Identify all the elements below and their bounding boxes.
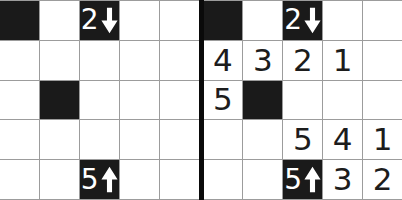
arrow-down-icon (304, 7, 321, 34)
clue-cell-5-up: 5 (283, 160, 322, 199)
black-cell (0, 1, 39, 40)
clue-cell-5-up: 5 (80, 160, 119, 199)
number-cell: 2 (363, 160, 402, 199)
empty-cell (204, 160, 243, 199)
empty-cell (0, 120, 39, 159)
empty-cell (0, 41, 39, 80)
empty-cell (120, 120, 159, 159)
clue-number: 5 (81, 166, 99, 194)
number-cell: 4 (323, 120, 362, 159)
empty-cell (160, 1, 199, 40)
empty-cell (0, 160, 39, 199)
empty-cell (120, 160, 159, 199)
empty-cell (40, 120, 79, 159)
empty-cell (243, 1, 282, 40)
solution-board: 243215541532 (204, 0, 402, 200)
number-cell: 1 (323, 41, 362, 80)
empty-cell (80, 41, 119, 80)
puzzle-board: 25 (0, 0, 199, 200)
empty-cell (120, 1, 159, 40)
clue-number: 5 (284, 166, 302, 194)
arrow-up-icon (304, 166, 321, 193)
number-cell: 5 (283, 120, 322, 159)
empty-cell (160, 160, 199, 199)
empty-cell (40, 41, 79, 80)
empty-cell (323, 1, 362, 40)
empty-cell (204, 120, 243, 159)
number-cell: 2 (283, 41, 322, 80)
clue-number: 2 (81, 6, 99, 34)
empty-cell (243, 160, 282, 199)
arrow-down-icon (101, 7, 118, 34)
empty-cell (243, 120, 282, 159)
empty-cell (0, 81, 39, 120)
black-cell (243, 81, 282, 120)
empty-cell (40, 160, 79, 199)
empty-cell (120, 41, 159, 80)
clue-number: 2 (284, 6, 302, 34)
empty-cell (363, 1, 402, 40)
empty-cell (160, 120, 199, 159)
empty-cell (80, 81, 119, 120)
clue-cell-2-down: 2 (80, 1, 119, 40)
number-cell: 3 (323, 160, 362, 199)
empty-cell (363, 41, 402, 80)
empty-cell (160, 81, 199, 120)
number-cell: 5 (204, 81, 243, 120)
empty-cell (283, 81, 322, 120)
number-cell: 1 (363, 120, 402, 159)
empty-cell (40, 1, 79, 40)
black-cell (204, 1, 243, 40)
number-cell: 3 (243, 41, 282, 80)
hebi-ichigo-diagram: 25 243215541532 (0, 0, 402, 200)
arrow-up-icon (101, 166, 118, 193)
empty-cell (80, 120, 119, 159)
empty-cell (363, 81, 402, 120)
empty-cell (120, 81, 159, 120)
clue-cell-2-down: 2 (283, 1, 322, 40)
black-cell (40, 81, 79, 120)
number-cell: 4 (204, 41, 243, 80)
empty-cell (160, 41, 199, 80)
empty-cell (323, 81, 362, 120)
